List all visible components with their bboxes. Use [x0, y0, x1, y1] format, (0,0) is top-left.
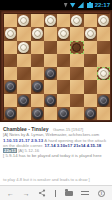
square-r3c6[interactable] — [70, 41, 83, 54]
share-icon[interactable] — [38, 189, 46, 197]
square-r8c2[interactable] — [17, 107, 30, 120]
square-r6c8[interactable] — [97, 80, 110, 93]
black-man[interactable] — [18, 95, 29, 106]
square-r1c5[interactable] — [57, 14, 70, 27]
white-man[interactable] — [32, 28, 43, 39]
square-r6c6[interactable] — [70, 80, 83, 93]
comment-bracket-line: [ 5.9-14 has to be played and today it i… — [3, 153, 109, 158]
square-r3c5[interactable] — [57, 41, 70, 54]
square-r4c6[interactable] — [70, 54, 83, 67]
square-r3c4[interactable] — [44, 41, 57, 54]
square-r5c1[interactable] — [4, 67, 17, 80]
wifi-icon — [70, 3, 76, 8]
square-r5c5[interactable] — [57, 67, 70, 80]
square-r7c4[interactable] — [44, 94, 57, 107]
white-man[interactable] — [18, 42, 29, 53]
info-icon[interactable]: i — [98, 190, 105, 197]
comment-tail-line: to play 4-8 but it is weaker and leads t… — [3, 178, 109, 183]
battery-icon — [87, 3, 93, 8]
square-r7c2[interactable] — [17, 94, 30, 107]
black-man[interactable] — [98, 95, 109, 106]
square-r2c5[interactable] — [57, 27, 70, 40]
square-r1c4[interactable] — [44, 14, 57, 27]
square-r4c4[interactable] — [44, 54, 57, 67]
white-man[interactable] — [71, 15, 82, 26]
white-man[interactable] — [18, 15, 29, 26]
square-r2c6[interactable] — [70, 27, 83, 40]
black-man[interactable] — [5, 81, 16, 92]
square-r5c8[interactable] — [97, 67, 110, 80]
square-r7c1[interactable] — [4, 94, 17, 107]
folder-icon[interactable] — [65, 191, 73, 196]
black-man[interactable] — [58, 108, 69, 119]
square-r6c5[interactable] — [57, 80, 70, 93]
signal-icon — [78, 2, 84, 8]
white-man[interactable] — [45, 15, 56, 26]
square-r4c5[interactable] — [57, 54, 70, 67]
white-man[interactable] — [5, 28, 16, 39]
black-man[interactable] — [32, 108, 43, 119]
status-clock: 22:17 — [95, 0, 110, 10]
square-r8c7[interactable] — [84, 107, 97, 120]
square-r2c4[interactable] — [44, 27, 57, 40]
square-r2c7[interactable] — [84, 27, 97, 40]
square-r8c3[interactable] — [31, 107, 44, 120]
square-r7c6[interactable] — [70, 94, 83, 107]
square-r1c8[interactable] — [97, 14, 110, 27]
square-r3c3[interactable] — [31, 41, 44, 54]
square-r5c6[interactable] — [70, 67, 83, 80]
square-r1c6[interactable] — [70, 14, 83, 27]
white-man[interactable] — [98, 15, 109, 26]
moves-paragraph: 1.10-15 21-17 2.9-13 A hard opening due … — [3, 138, 109, 153]
square-r6c7[interactable] — [84, 80, 97, 93]
square-r6c3[interactable] — [31, 80, 44, 93]
white-man[interactable] — [98, 68, 109, 79]
square-r4c7[interactable] — [84, 54, 97, 67]
moves-segment-2[interactable]: 17-14 3.10x17 21x14 4.15-18 — [45, 143, 102, 148]
square-r1c1[interactable] — [4, 14, 17, 27]
square-r7c7[interactable] — [84, 94, 97, 107]
square-r8c6[interactable] — [70, 107, 83, 120]
board-frame — [0, 10, 112, 122]
app-screen: 22:17 Chamblee - Tinsley Game-15 [1947] … — [0, 0, 112, 200]
square-r3c1[interactable] — [4, 41, 17, 54]
square-r4c2[interactable] — [17, 54, 30, 67]
back-icon[interactable]: ← — [7, 186, 14, 201]
square-r3c8[interactable] — [97, 41, 110, 54]
square-r5c3[interactable] — [31, 67, 44, 80]
menu-icon[interactable] — [81, 190, 89, 197]
square-r3c2[interactable] — [17, 41, 30, 54]
notification-icon — [64, 3, 68, 8]
square-r2c2[interactable] — [17, 27, 30, 40]
square-r7c5[interactable] — [57, 94, 70, 107]
black-man[interactable] — [45, 95, 56, 106]
bottom-toolbar: ← → i — [0, 185, 112, 200]
square-r7c3[interactable] — [31, 94, 44, 107]
board[interactable] — [3, 13, 109, 119]
status-bar: 22:17 — [0, 0, 112, 10]
square-r1c2[interactable] — [17, 14, 30, 27]
black-man[interactable] — [32, 81, 43, 92]
black-man[interactable] — [85, 108, 96, 119]
black-man[interactable] — [5, 108, 16, 119]
square-r6c2[interactable] — [17, 80, 30, 93]
square-r4c1[interactable] — [4, 54, 17, 67]
black-man[interactable] — [45, 68, 56, 79]
white-man[interactable] — [58, 28, 69, 39]
square-r5c2[interactable] — [17, 67, 30, 80]
square-r8c5[interactable] — [57, 107, 70, 120]
move-origin-marker — [72, 43, 81, 52]
square-r5c4[interactable] — [44, 67, 57, 80]
square-r4c8[interactable] — [97, 54, 110, 67]
square-r8c8[interactable] — [97, 107, 110, 120]
square-r2c3[interactable] — [31, 27, 44, 40]
forward-icon[interactable]: → — [23, 186, 30, 201]
square-r4c3[interactable] — [31, 54, 44, 67]
square-r2c1[interactable] — [4, 27, 17, 40]
white-man[interactable] — [85, 28, 96, 39]
square-r1c3[interactable] — [31, 14, 44, 27]
bookmark-icon[interactable] — [55, 190, 56, 197]
square-r1c7[interactable] — [84, 14, 97, 27]
square-r3c7[interactable] — [84, 41, 97, 54]
annotation-panel[interactable]: Chamblee - Tinsley Game-15 [1947] [A] No… — [0, 123, 112, 158]
square-r6c4[interactable] — [44, 80, 57, 93]
square-r2c8[interactable] — [97, 27, 110, 40]
square-r5c7[interactable] — [84, 67, 97, 80]
square-r7c8[interactable] — [97, 94, 110, 107]
square-r8c1[interactable] — [4, 107, 17, 120]
square-r6c1[interactable] — [4, 80, 17, 93]
